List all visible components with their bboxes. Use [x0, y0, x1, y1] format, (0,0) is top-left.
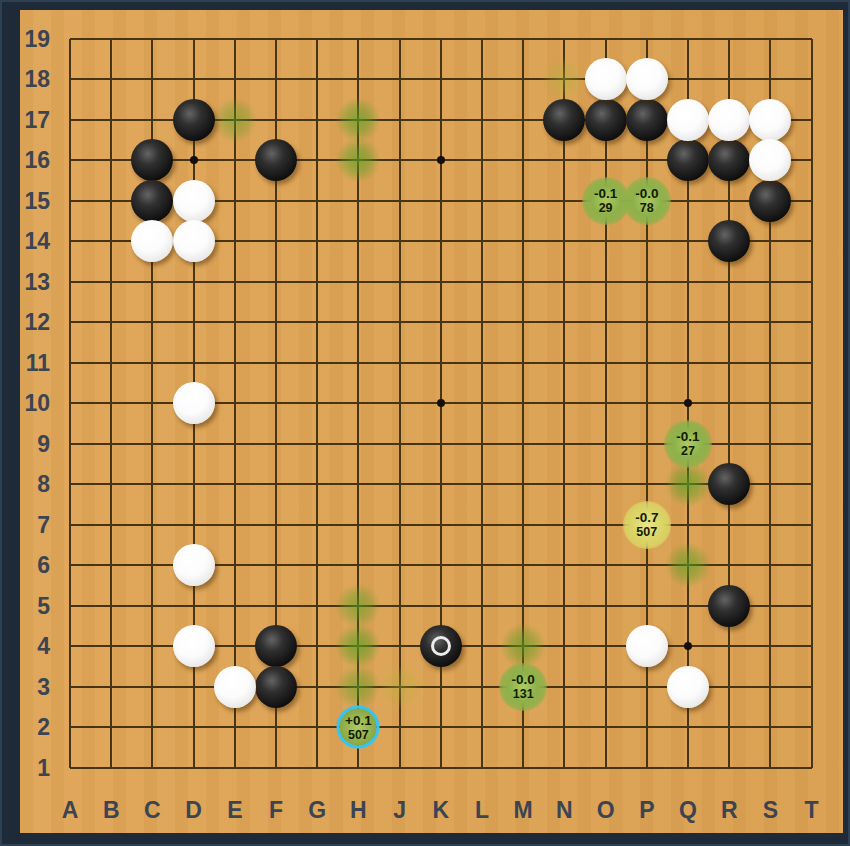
black-stone-C16: [131, 139, 173, 181]
app-frame: 19181716151413121110987654321ABCDEFGHJKL…: [0, 0, 850, 846]
column-label-R: R: [708, 799, 750, 822]
column-label-F: F: [255, 799, 297, 822]
white-stone-P4: [626, 625, 668, 667]
candidate-visits: 29: [599, 201, 613, 215]
candidate-score: -0.7: [635, 510, 658, 525]
row-label-9: 9: [20, 432, 50, 455]
row-label-1: 1: [20, 756, 50, 779]
grid-line-horizontal: [70, 726, 812, 728]
column-label-E: E: [214, 799, 256, 822]
row-label-4: 4: [20, 635, 50, 658]
candidate-move-H2[interactable]: +0.1507: [337, 706, 380, 749]
candidate-score: -0.0: [635, 186, 658, 201]
row-label-18: 18: [20, 68, 50, 91]
white-stone-Q17: [667, 99, 709, 141]
candidate-move-P15[interactable]: -0.078: [623, 177, 671, 225]
policy-hint-H3[interactable]: [335, 664, 381, 710]
row-label-2: 2: [20, 716, 50, 739]
column-label-D: D: [173, 799, 215, 822]
black-stone-R16: [708, 139, 750, 181]
candidate-visits: 507: [636, 525, 657, 539]
black-stone-K4: [420, 625, 462, 667]
row-label-3: 3: [20, 675, 50, 698]
policy-hint-E17[interactable]: [212, 97, 258, 143]
column-label-J: J: [379, 799, 421, 822]
grid-line-vertical: [605, 39, 607, 768]
column-label-P: P: [626, 799, 668, 822]
row-label-10: 10: [20, 392, 50, 415]
column-label-K: K: [420, 799, 462, 822]
star-point-K16: [437, 156, 445, 164]
policy-hint-H17[interactable]: [335, 97, 381, 143]
white-stone-E3: [214, 666, 256, 708]
row-label-5: 5: [20, 594, 50, 617]
white-stone-Q3: [667, 666, 709, 708]
column-label-H: H: [337, 799, 379, 822]
black-stone-S15: [749, 180, 791, 222]
row-label-13: 13: [20, 270, 50, 293]
candidate-score: -0.1: [594, 186, 617, 201]
candidate-visits: 27: [681, 444, 695, 458]
grid-line-vertical: [481, 39, 483, 768]
white-stone-S17: [749, 99, 791, 141]
star-point-K10: [437, 399, 445, 407]
black-stone-R5: [708, 585, 750, 627]
goban[interactable]: 19181716151413121110987654321ABCDEFGHJKL…: [20, 10, 843, 833]
black-stone-R8: [708, 463, 750, 505]
white-stone-S16: [749, 139, 791, 181]
column-label-N: N: [543, 799, 585, 822]
column-label-S: S: [749, 799, 791, 822]
white-stone-D4: [173, 625, 215, 667]
grid-line-horizontal: [70, 524, 812, 526]
row-label-19: 19: [20, 27, 50, 50]
black-stone-F16: [255, 139, 297, 181]
candidate-visits: 507: [348, 728, 369, 742]
policy-hint-Q8[interactable]: [665, 461, 711, 507]
column-label-B: B: [90, 799, 132, 822]
candidate-move-P7[interactable]: -0.7507: [623, 501, 671, 549]
black-stone-N17: [543, 99, 585, 141]
column-label-M: M: [502, 799, 544, 822]
white-stone-P18: [626, 58, 668, 100]
column-label-T: T: [791, 799, 833, 822]
black-stone-D17: [173, 99, 215, 141]
policy-hint-H5[interactable]: [335, 583, 381, 629]
black-stone-O17: [585, 99, 627, 141]
black-stone-C15: [131, 180, 173, 222]
column-label-G: G: [296, 799, 338, 822]
policy-hint-J3[interactable]: [377, 664, 423, 710]
white-stone-D10: [173, 382, 215, 424]
star-point-Q4: [684, 642, 692, 650]
column-label-O: O: [585, 799, 627, 822]
policy-hint-H4[interactable]: [335, 623, 381, 669]
column-label-Q: Q: [667, 799, 709, 822]
row-label-14: 14: [20, 230, 50, 253]
grid-line-vertical: [811, 39, 813, 768]
row-label-7: 7: [20, 513, 50, 536]
grid-line-horizontal: [70, 605, 812, 607]
candidate-score: +0.1: [345, 713, 372, 728]
row-label-12: 12: [20, 311, 50, 334]
row-label-15: 15: [20, 189, 50, 212]
grid-line-horizontal: [70, 767, 812, 769]
white-stone-O18: [585, 58, 627, 100]
column-label-A: A: [49, 799, 91, 822]
policy-hint-N18[interactable]: [541, 56, 587, 102]
black-stone-Q16: [667, 139, 709, 181]
policy-hint-Q6[interactable]: [665, 542, 711, 588]
candidate-visits: 131: [513, 687, 534, 701]
star-point-Q10: [684, 399, 692, 407]
white-stone-D6: [173, 544, 215, 586]
row-label-11: 11: [20, 351, 50, 374]
grid-line-vertical: [563, 39, 565, 768]
white-stone-C14: [131, 220, 173, 262]
candidate-score: -0.1: [676, 429, 699, 444]
row-label-8: 8: [20, 473, 50, 496]
white-stone-D14: [173, 220, 215, 262]
column-label-C: C: [131, 799, 173, 822]
last-move-marker: [431, 636, 451, 656]
star-point-D16: [190, 156, 198, 164]
column-label-L: L: [461, 799, 503, 822]
row-label-6: 6: [20, 554, 50, 577]
candidate-move-Q9[interactable]: -0.127: [664, 420, 712, 468]
candidate-move-M3[interactable]: -0.0131: [499, 663, 547, 711]
black-stone-F3: [255, 666, 297, 708]
candidate-visits: 78: [640, 201, 654, 215]
black-stone-P17: [626, 99, 668, 141]
white-stone-R17: [708, 99, 750, 141]
policy-hint-H16[interactable]: [335, 137, 381, 183]
row-label-16: 16: [20, 149, 50, 172]
row-label-17: 17: [20, 108, 50, 131]
white-stone-D15: [173, 180, 215, 222]
black-stone-R14: [708, 220, 750, 262]
candidate-score: -0.0: [512, 672, 535, 687]
black-stone-F4: [255, 625, 297, 667]
